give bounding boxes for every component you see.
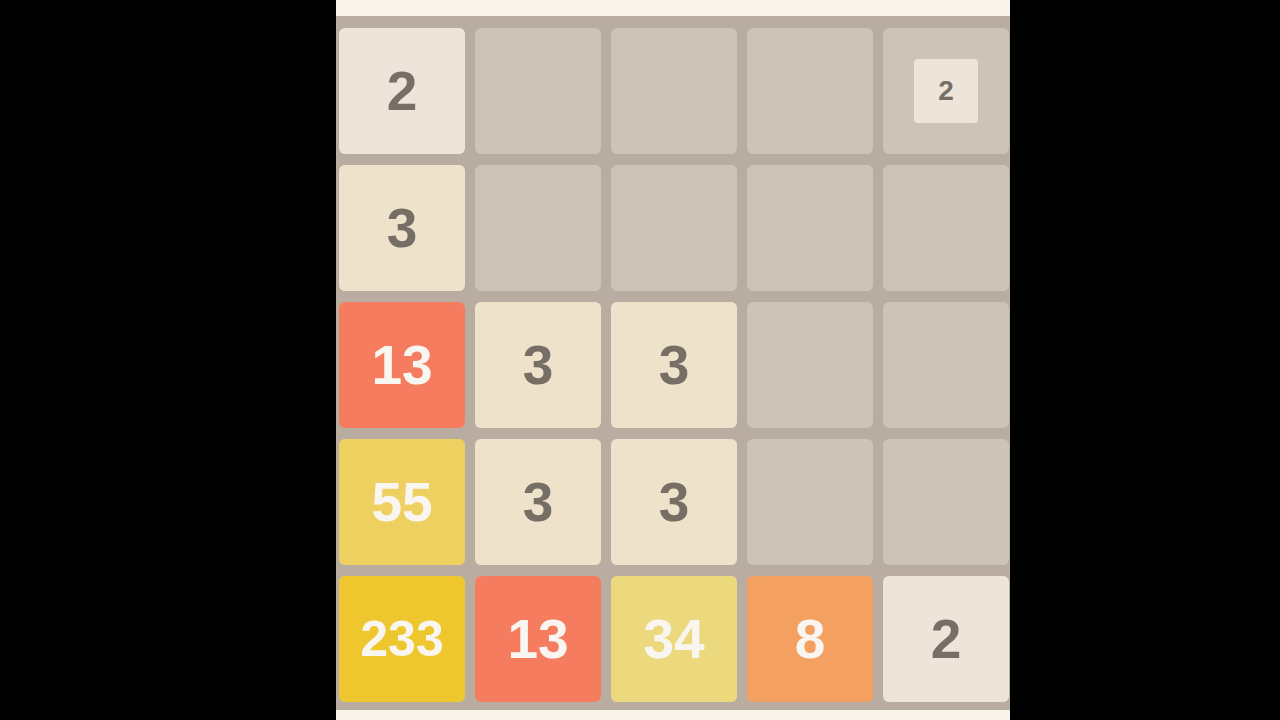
board-cell: 55 — [339, 439, 465, 565]
tile-13: 13 — [475, 576, 601, 702]
tile-2: 2 — [339, 28, 465, 154]
tile-2: 2 — [883, 576, 1009, 702]
tile-233: 233 — [339, 576, 465, 702]
board-cell: 3 — [611, 302, 737, 428]
board-cell — [883, 165, 1009, 291]
board-cell: 3 — [611, 439, 737, 565]
board-cell: 2 — [339, 28, 465, 154]
board-cell: 34 — [611, 576, 737, 702]
game-board[interactable]: 22313335533233133482 — [339, 28, 1009, 702]
board-cell: 2 — [883, 28, 1009, 154]
board-cell: 13 — [475, 576, 601, 702]
tile-3: 3 — [611, 439, 737, 565]
board-cell — [475, 28, 601, 154]
board-cell — [747, 165, 873, 291]
board-cell: 233 — [339, 576, 465, 702]
board-cell — [611, 28, 737, 154]
letterbox-right — [1010, 0, 1280, 720]
board-cell — [883, 302, 1009, 428]
board-cell — [883, 439, 1009, 565]
board-cell: 8 — [747, 576, 873, 702]
board-cell: 3 — [339, 165, 465, 291]
tile-3: 3 — [611, 302, 737, 428]
game-board-background: 22313335533233133482 — [336, 16, 1010, 710]
board-cell — [747, 439, 873, 565]
tile-3: 3 — [339, 165, 465, 291]
board-cell — [611, 165, 737, 291]
tile-3: 3 — [475, 302, 601, 428]
board-cell — [747, 28, 873, 154]
tile-55: 55 — [339, 439, 465, 565]
board-cell: 2 — [883, 576, 1009, 702]
tile-3: 3 — [475, 439, 601, 565]
letterbox-left — [0, 0, 336, 720]
board-cell — [475, 165, 601, 291]
game-stage: 22313335533233133482 — [336, 0, 1010, 720]
tile-8: 8 — [747, 576, 873, 702]
tile-34: 34 — [611, 576, 737, 702]
board-cell: 3 — [475, 302, 601, 428]
board-cell — [747, 302, 873, 428]
tile-13: 13 — [339, 302, 465, 428]
tile-2-spawning: 2 — [914, 59, 978, 123]
board-cell: 13 — [339, 302, 465, 428]
board-cell: 3 — [475, 439, 601, 565]
